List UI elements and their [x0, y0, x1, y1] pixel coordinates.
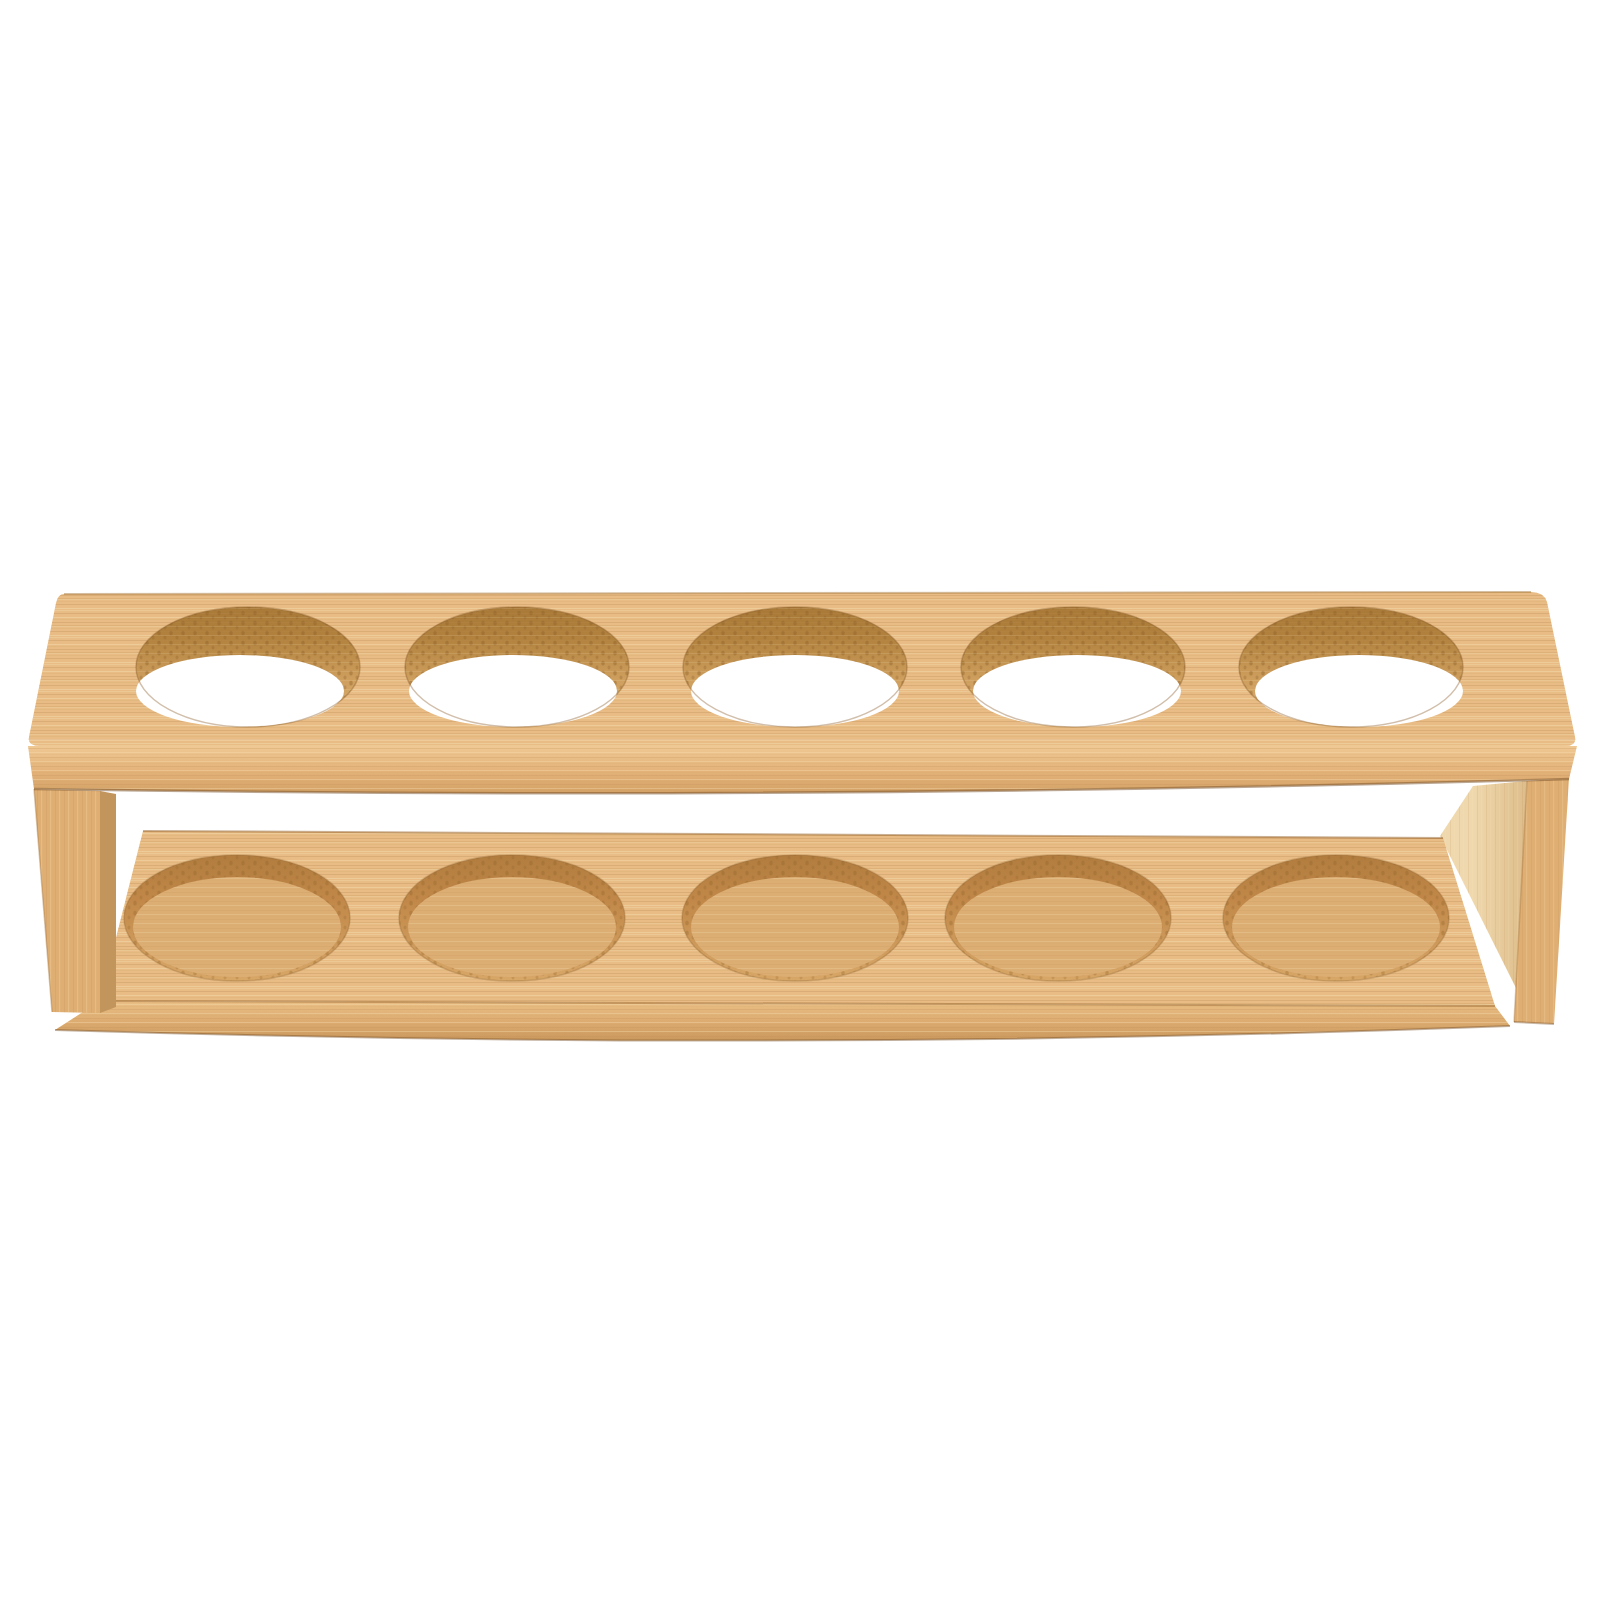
tray-recess-5 [1223, 855, 1449, 981]
tray-recess-1 [124, 855, 350, 981]
white-background [0, 0, 1600, 1600]
top-hole-4 [961, 607, 1185, 727]
left-end-inner-edge [100, 791, 116, 1013]
tray-recess-3 [682, 855, 908, 981]
tray-recess-4 [945, 855, 1171, 981]
top-hole-2 [405, 607, 629, 727]
top-plank [28, 592, 1577, 793]
photo-canvas [0, 0, 1600, 1600]
product-photo [0, 0, 1600, 1600]
top-hole-1 [136, 607, 360, 727]
top-hole-3 [683, 607, 907, 727]
bottom-tray [55, 831, 1510, 1041]
top-hole-5 [1239, 607, 1463, 727]
tray-recess-2 [399, 855, 625, 981]
